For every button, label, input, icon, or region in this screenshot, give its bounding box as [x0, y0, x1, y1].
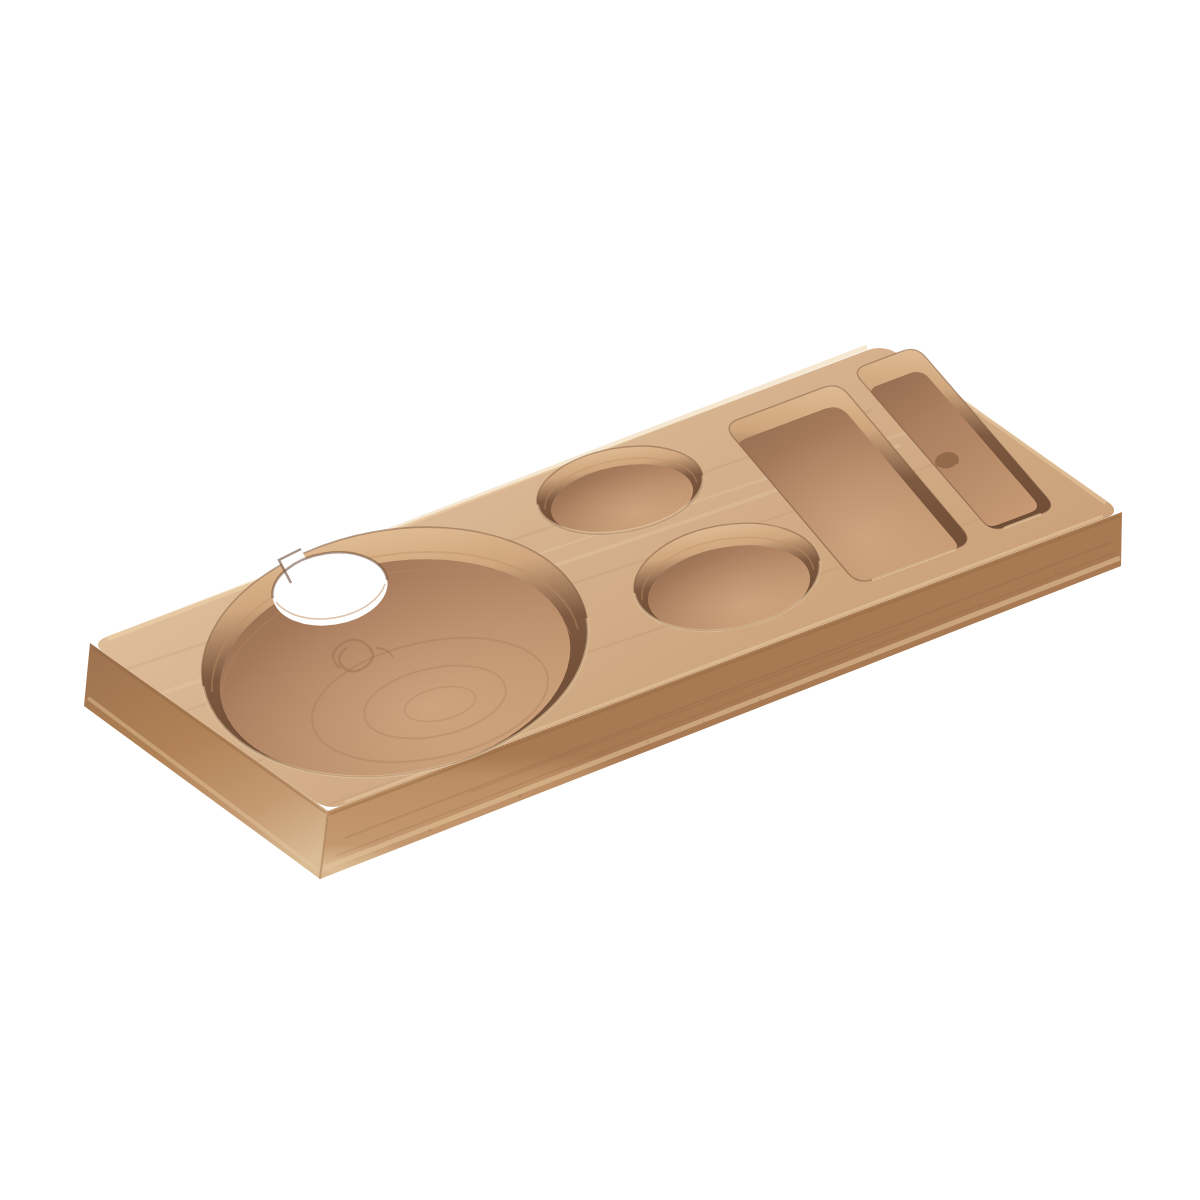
wooden-tray-illustration [0, 0, 1200, 1200]
photo-canvas [0, 0, 1200, 1200]
product-photo [0, 0, 1200, 1200]
